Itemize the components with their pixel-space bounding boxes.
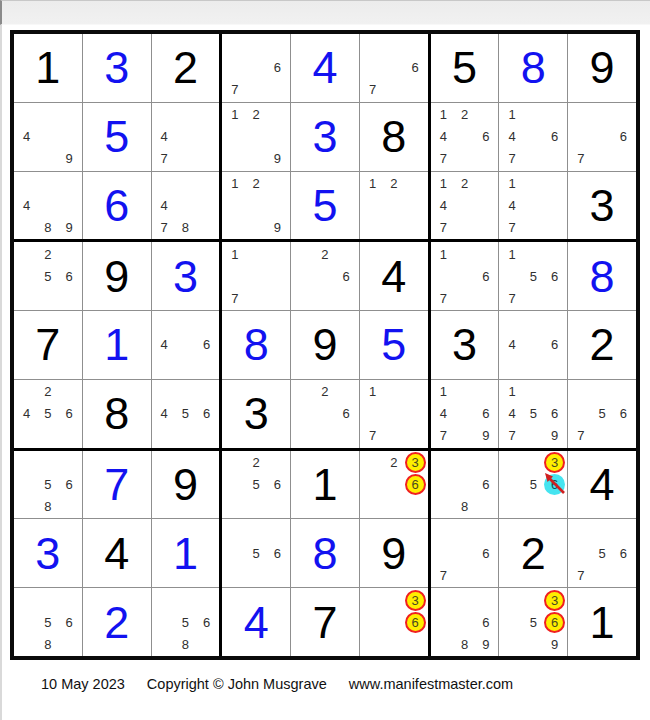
cell-r4c2[interactable]: 9 xyxy=(83,242,151,310)
cell-r2c3[interactable]: 47 xyxy=(152,103,220,171)
cell-r8c5[interactable]: 8 xyxy=(291,519,359,587)
candidate-5[interactable]: 5 xyxy=(591,403,612,425)
cell-r4c5[interactable]: 26 xyxy=(291,242,359,310)
cell-r5c1[interactable]: 7 xyxy=(14,311,82,379)
strike-pointer-icon xyxy=(542,472,567,497)
cell-r1c7[interactable]: 5 xyxy=(431,34,499,102)
cell-r5c9[interactable]: 2 xyxy=(568,311,636,379)
cell-r8c2[interactable]: 4 xyxy=(83,519,151,587)
given-digit: 1 xyxy=(568,588,636,656)
cell-r9c9[interactable]: 1 xyxy=(568,588,636,656)
footer-date: 10 May 2023 xyxy=(41,676,125,692)
yellow-circle-mark: 6 xyxy=(405,612,426,633)
given-digit: 4 xyxy=(568,451,636,519)
candidate-9[interactable]: 9 xyxy=(544,633,565,655)
footer: 10 May 2023Copyright © John Musgravewww.… xyxy=(41,676,535,692)
pencil-marks: 12 xyxy=(362,173,426,239)
candidate-7[interactable]: 7 xyxy=(154,148,175,170)
candidate-4[interactable]: 4 xyxy=(501,126,522,148)
candidate-7[interactable]: 7 xyxy=(570,148,591,170)
cell-r1c9[interactable]: 9 xyxy=(568,34,636,102)
candidate-8[interactable]: 8 xyxy=(454,496,475,518)
candidate-8[interactable]: 8 xyxy=(37,633,58,655)
pencil-marks: 236 xyxy=(362,452,426,518)
cell-r9c6[interactable]: 36 xyxy=(360,588,428,656)
given-digit: 2 xyxy=(152,34,220,102)
cell-r1c6[interactable]: 67 xyxy=(360,34,428,102)
cell-r1c2[interactable]: 3 xyxy=(83,34,151,102)
yellow-circle-mark: 6 xyxy=(405,474,426,495)
cell-r1c1[interactable]: 1 xyxy=(14,34,82,102)
given-digit: 9 xyxy=(152,451,220,519)
cell-r6c5[interactable]: 26 xyxy=(291,380,359,448)
box-8: 256123656894736 xyxy=(222,451,427,656)
pencil-marks: 17 xyxy=(362,381,426,447)
candidate-7[interactable]: 7 xyxy=(570,425,591,447)
candidate-6[interactable]: 6 xyxy=(59,403,80,425)
cell-r2c6[interactable]: 8 xyxy=(360,103,428,171)
candidate-5[interactable]: 5 xyxy=(523,265,544,287)
candidate-1[interactable]: 1 xyxy=(501,381,522,403)
solved-digit: 8 xyxy=(568,242,636,310)
box-5: 1726489532617 xyxy=(222,242,427,447)
candidate-7[interactable]: 7 xyxy=(433,564,454,586)
candidate-9[interactable]: 9 xyxy=(267,216,288,238)
solved-digit: 8 xyxy=(291,519,359,587)
candidate-7[interactable]: 7 xyxy=(433,425,454,447)
candidate-6[interactable]: 6 xyxy=(613,403,634,425)
solved-digit: 8 xyxy=(499,34,567,102)
cell-r8c8[interactable]: 2 xyxy=(499,519,567,587)
cell-r5c5[interactable]: 9 xyxy=(291,311,359,379)
pencil-marks: 129 xyxy=(224,173,288,239)
cell-r8c7[interactable]: 67 xyxy=(431,519,499,587)
candidate-1[interactable]: 1 xyxy=(433,381,454,403)
given-digit: 9 xyxy=(568,34,636,102)
solved-digit: 1 xyxy=(83,311,151,379)
solved-digit: 1 xyxy=(152,519,220,587)
given-digit: 2 xyxy=(499,519,567,587)
candidate-2[interactable]: 2 xyxy=(383,452,404,474)
cell-r2c1[interactable]: 49 xyxy=(14,103,82,171)
candidate-9[interactable]: 9 xyxy=(544,425,565,447)
cell-r1c3[interactable]: 2 xyxy=(152,34,220,102)
candidate-4[interactable]: 4 xyxy=(154,403,175,425)
candidate-7[interactable]: 7 xyxy=(362,425,383,447)
candidate-2[interactable]: 2 xyxy=(246,452,267,474)
pencil-marks: 129 xyxy=(224,104,288,170)
candidate-9[interactable]: 9 xyxy=(59,148,80,170)
cell-r9c8[interactable]: 3569 xyxy=(499,588,567,656)
pencil-marks: 689 xyxy=(433,589,497,655)
candidate-1[interactable]: 1 xyxy=(362,381,383,403)
cell-r3c4[interactable]: 129 xyxy=(222,172,290,240)
box-1: 132495474896478 xyxy=(14,34,219,239)
given-digit: 3 xyxy=(431,311,499,379)
pencil-marks: 3569 xyxy=(501,589,565,655)
candidate-1[interactable]: 1 xyxy=(501,243,522,265)
given-digit: 3 xyxy=(222,380,290,448)
pencil-marks: 26 xyxy=(293,243,357,309)
candidate-4[interactable]: 4 xyxy=(501,194,522,216)
pencil-marks: 567 xyxy=(570,520,634,586)
candidate-5[interactable]: 5 xyxy=(523,474,544,496)
pencil-marks: 167 xyxy=(433,243,497,309)
candidate-7[interactable]: 7 xyxy=(501,287,522,309)
candidate-5[interactable]: 5 xyxy=(37,474,58,496)
candidate-6[interactable]: 6 xyxy=(475,403,496,425)
pencil-marks: 1247 xyxy=(433,173,497,239)
cell-r2c9[interactable]: 67 xyxy=(568,103,636,171)
candidate-4[interactable]: 4 xyxy=(154,126,175,148)
candidate-7[interactable]: 7 xyxy=(224,287,245,309)
candidate-1[interactable]: 1 xyxy=(501,173,522,195)
cell-r8c4[interactable]: 56 xyxy=(222,519,290,587)
given-digit: 4 xyxy=(83,519,151,587)
candidate-1[interactable]: 1 xyxy=(433,243,454,265)
cell-r3c7[interactable]: 1247 xyxy=(431,172,499,240)
candidate-2[interactable]: 2 xyxy=(454,104,475,126)
title-bar xyxy=(0,0,650,25)
cell-r8c6[interactable]: 9 xyxy=(360,519,428,587)
given-digit: 8 xyxy=(360,103,428,171)
given-digit: 9 xyxy=(360,519,428,587)
candidate-3-circled[interactable]: 3 xyxy=(544,452,565,474)
candidate-7[interactable]: 7 xyxy=(224,79,245,101)
candidate-9[interactable]: 9 xyxy=(267,148,288,170)
candidate-7[interactable]: 7 xyxy=(362,79,383,101)
cell-r6c1[interactable]: 2456 xyxy=(14,380,82,448)
cell-r7c2[interactable]: 7 xyxy=(83,451,151,519)
cell-r2c4[interactable]: 129 xyxy=(222,103,290,171)
candidate-6[interactable]: 6 xyxy=(613,126,634,148)
pencil-marks: 26 xyxy=(293,381,357,447)
candidate-5[interactable]: 5 xyxy=(175,403,196,425)
pencil-marks: 12467 xyxy=(433,104,497,170)
candidate-6[interactable]: 6 xyxy=(475,126,496,148)
candidate-7[interactable]: 7 xyxy=(501,148,522,170)
cell-r3c5[interactable]: 5 xyxy=(291,172,359,240)
candidate-4[interactable]: 4 xyxy=(154,194,175,216)
cell-r6c4[interactable]: 3 xyxy=(222,380,290,448)
cell-r7c8[interactable]: 356 xyxy=(499,451,567,519)
candidate-3-circled[interactable]: 3 xyxy=(544,589,565,611)
candidate-5[interactable]: 5 xyxy=(37,611,58,633)
given-digit: 1 xyxy=(14,34,82,102)
candidate-2[interactable]: 2 xyxy=(37,243,58,265)
candidate-1[interactable]: 1 xyxy=(433,173,454,195)
candidate-9[interactable]: 9 xyxy=(475,425,496,447)
candidate-6[interactable]: 6 xyxy=(59,265,80,287)
cell-r5c2[interactable]: 1 xyxy=(83,311,151,379)
candidate-4[interactable]: 4 xyxy=(154,334,175,356)
yellow-circle-mark: 3 xyxy=(544,452,565,473)
solved-digit: 3 xyxy=(291,103,359,171)
cell-r7c3[interactable]: 9 xyxy=(152,451,220,519)
cell-r7c4[interactable]: 256 xyxy=(222,451,290,519)
candidate-8[interactable]: 8 xyxy=(37,216,58,238)
pencil-marks: 2456 xyxy=(16,381,80,447)
candidate-5[interactable]: 5 xyxy=(175,611,196,633)
cell-r7c5[interactable]: 1 xyxy=(291,451,359,519)
candidate-7[interactable]: 7 xyxy=(154,216,175,238)
candidate-1[interactable]: 1 xyxy=(362,173,383,195)
footer-copyright: Copyright © John Musgrave xyxy=(147,676,327,692)
given-digit: 2 xyxy=(568,311,636,379)
cell-r4c1[interactable]: 256 xyxy=(14,242,82,310)
candidate-8[interactable]: 8 xyxy=(175,633,196,655)
yellow-circle-mark: 3 xyxy=(544,590,565,611)
candidate-6-eliminated[interactable]: 6 xyxy=(544,474,565,496)
candidate-2[interactable]: 2 xyxy=(383,173,404,195)
cell-r5c6[interactable]: 5 xyxy=(360,311,428,379)
pencil-marks: 17 xyxy=(224,243,288,309)
cell-r1c4[interactable]: 67 xyxy=(222,34,290,102)
candidate-4[interactable]: 4 xyxy=(433,126,454,148)
cell-r6c3[interactable]: 456 xyxy=(152,380,220,448)
cell-r3c1[interactable]: 489 xyxy=(14,172,82,240)
candidate-6[interactable]: 6 xyxy=(336,403,357,425)
cell-r4c7[interactable]: 167 xyxy=(431,242,499,310)
cell-r8c3[interactable]: 1 xyxy=(152,519,220,587)
pencil-marks: 478 xyxy=(154,173,218,239)
pencil-marks: 147 xyxy=(501,173,565,239)
candidate-6[interactable]: 6 xyxy=(544,334,565,356)
pencil-marks: 46 xyxy=(501,312,565,378)
cell-r6c9[interactable]: 567 xyxy=(568,380,636,448)
candidate-8[interactable]: 8 xyxy=(454,633,475,655)
candidate-1[interactable]: 1 xyxy=(433,104,454,126)
candidate-5[interactable]: 5 xyxy=(246,474,267,496)
solved-digit: 3 xyxy=(152,242,220,310)
candidate-6[interactable]: 6 xyxy=(59,611,80,633)
candidate-4[interactable]: 4 xyxy=(16,126,37,148)
candidate-3-circled[interactable]: 3 xyxy=(404,589,425,611)
pencil-marks: 68 xyxy=(433,452,497,518)
cell-r7c1[interactable]: 568 xyxy=(14,451,82,519)
pencil-marks: 67 xyxy=(362,35,426,101)
candidate-4[interactable]: 4 xyxy=(433,194,454,216)
candidate-6[interactable]: 6 xyxy=(336,265,357,287)
cell-r3c9[interactable]: 3 xyxy=(568,172,636,240)
solved-digit: 8 xyxy=(222,311,290,379)
pencil-marks: 256 xyxy=(224,452,288,518)
pencil-marks: 1467 xyxy=(501,104,565,170)
candidate-4[interactable]: 4 xyxy=(16,194,37,216)
candidate-1[interactable]: 1 xyxy=(224,243,245,265)
candidate-6[interactable]: 6 xyxy=(59,474,80,496)
given-digit: 1 xyxy=(291,451,359,519)
solved-digit: 6 xyxy=(83,172,151,240)
pencil-marks: 67 xyxy=(433,520,497,586)
cell-r5c3[interactable]: 46 xyxy=(152,311,220,379)
box-9: 68356467256768935691 xyxy=(431,451,636,656)
candidate-5[interactable]: 5 xyxy=(246,542,267,564)
solved-digit: 2 xyxy=(83,588,151,656)
box-3: 5891246714676712471473 xyxy=(431,34,636,239)
cell-r4c8[interactable]: 1567 xyxy=(499,242,567,310)
given-digit: 7 xyxy=(291,588,359,656)
pencil-marks: 568 xyxy=(16,452,80,518)
candidate-6[interactable]: 6 xyxy=(475,474,496,496)
cell-r7c6[interactable]: 236 xyxy=(360,451,428,519)
cell-r1c8[interactable]: 8 xyxy=(499,34,567,102)
candidate-9[interactable]: 9 xyxy=(59,216,80,238)
candidate-4[interactable]: 4 xyxy=(501,334,522,356)
cyan-highlight: 6 xyxy=(544,474,565,495)
pencil-marks: 568 xyxy=(154,589,218,655)
pencil-marks: 56 xyxy=(224,520,288,586)
pencil-marks: 49 xyxy=(16,104,80,170)
solved-digit: 3 xyxy=(83,34,151,102)
candidate-7[interactable]: 7 xyxy=(501,425,522,447)
solved-digit: 4 xyxy=(291,34,359,102)
candidate-7[interactable]: 7 xyxy=(570,564,591,586)
candidate-6[interactable]: 6 xyxy=(475,265,496,287)
given-digit: 4 xyxy=(360,242,428,310)
cell-r7c7[interactable]: 68 xyxy=(431,451,499,519)
cell-r9c1[interactable]: 568 xyxy=(14,588,82,656)
candidate-4[interactable]: 4 xyxy=(16,403,37,425)
candidate-1[interactable]: 1 xyxy=(224,173,245,195)
candidate-6-circled[interactable]: 6 xyxy=(544,611,565,633)
candidate-4[interactable]: 4 xyxy=(433,403,454,425)
pencil-marks: 36 xyxy=(362,589,426,655)
candidate-6[interactable]: 6 xyxy=(613,542,634,564)
cell-r9c5[interactable]: 7 xyxy=(291,588,359,656)
pencil-marks: 1567 xyxy=(501,243,565,309)
sudoku-board: 1324954748964786746712938129512589124671… xyxy=(10,30,640,660)
candidate-6[interactable]: 6 xyxy=(544,403,565,425)
cell-r9c4[interactable]: 4 xyxy=(222,588,290,656)
solved-digit: 5 xyxy=(291,172,359,240)
candidate-2[interactable]: 2 xyxy=(246,173,267,195)
candidate-7[interactable]: 7 xyxy=(433,216,454,238)
candidate-5[interactable]: 5 xyxy=(523,403,544,425)
pencil-marks: 46 xyxy=(154,312,218,378)
cell-r6c7[interactable]: 14679 xyxy=(431,380,499,448)
pencil-marks: 14679 xyxy=(433,381,497,447)
cell-r5c4[interactable]: 8 xyxy=(222,311,290,379)
candidate-5[interactable]: 5 xyxy=(37,403,58,425)
candidate-8[interactable]: 8 xyxy=(175,216,196,238)
cell-r9c3[interactable]: 568 xyxy=(152,588,220,656)
candidate-7[interactable]: 7 xyxy=(433,287,454,309)
cell-r7c9[interactable]: 4 xyxy=(568,451,636,519)
cell-r8c1[interactable]: 3 xyxy=(14,519,82,587)
candidate-5[interactable]: 5 xyxy=(591,542,612,564)
yellow-circle-mark: 6 xyxy=(544,612,565,633)
cell-r5c7[interactable]: 3 xyxy=(431,311,499,379)
solved-digit: 4 xyxy=(222,588,290,656)
cell-r5c8[interactable]: 46 xyxy=(499,311,567,379)
candidate-5[interactable]: 5 xyxy=(523,611,544,633)
candidate-1[interactable]: 1 xyxy=(501,104,522,126)
given-digit: 3 xyxy=(568,172,636,240)
pencil-marks: 568 xyxy=(16,589,80,655)
candidate-6[interactable]: 6 xyxy=(475,611,496,633)
cell-r4c6[interactable]: 4 xyxy=(360,242,428,310)
candidate-6[interactable]: 6 xyxy=(267,542,288,564)
cell-r6c2[interactable]: 8 xyxy=(83,380,151,448)
cell-r2c5[interactable]: 3 xyxy=(291,103,359,171)
cell-r3c3[interactable]: 478 xyxy=(152,172,220,240)
candidate-6-circled[interactable]: 6 xyxy=(404,611,425,633)
candidate-2[interactable]: 2 xyxy=(246,104,267,126)
candidate-6[interactable]: 6 xyxy=(196,611,217,633)
candidate-6[interactable]: 6 xyxy=(267,474,288,496)
candidate-2[interactable]: 2 xyxy=(314,243,335,265)
candidate-2[interactable]: 2 xyxy=(454,173,475,195)
footer-website: www.manifestmaster.com xyxy=(349,676,513,692)
candidate-1[interactable]: 1 xyxy=(224,104,245,126)
cell-r8c9[interactable]: 567 xyxy=(568,519,636,587)
box-2: 6746712938129512 xyxy=(222,34,427,239)
candidate-6[interactable]: 6 xyxy=(544,265,565,287)
pencil-marks: 256 xyxy=(16,243,80,309)
candidate-6-circled[interactable]: 6 xyxy=(404,474,425,496)
candidate-7[interactable]: 7 xyxy=(433,148,454,170)
solved-digit: 7 xyxy=(83,451,151,519)
pencil-marks: 145679 xyxy=(501,381,565,447)
candidate-8[interactable]: 8 xyxy=(37,496,58,518)
candidate-6[interactable]: 6 xyxy=(404,57,425,79)
cell-r9c7[interactable]: 689 xyxy=(431,588,499,656)
candidate-6[interactable]: 6 xyxy=(196,334,217,356)
candidate-2[interactable]: 2 xyxy=(37,381,58,403)
pencil-marks: 567 xyxy=(570,381,634,447)
cell-r9c2[interactable]: 2 xyxy=(83,588,151,656)
cell-r6c8[interactable]: 145679 xyxy=(499,380,567,448)
candidate-5[interactable]: 5 xyxy=(37,265,58,287)
cell-r2c7[interactable]: 12467 xyxy=(431,103,499,171)
pencil-marks: 456 xyxy=(154,381,218,447)
cell-r3c8[interactable]: 147 xyxy=(499,172,567,240)
box-6: 16715678346214679145679567 xyxy=(431,242,636,447)
cell-r2c2[interactable]: 5 xyxy=(83,103,151,171)
pencil-marks: 47 xyxy=(154,104,218,170)
candidate-9[interactable]: 9 xyxy=(475,633,496,655)
solved-digit: 3 xyxy=(14,519,82,587)
candidate-3-circled[interactable]: 3 xyxy=(404,452,425,474)
cell-r4c3[interactable]: 3 xyxy=(152,242,220,310)
cell-r4c9[interactable]: 8 xyxy=(568,242,636,310)
box-4: 25693714624568456 xyxy=(14,242,219,447)
solved-digit: 5 xyxy=(360,311,428,379)
candidate-6[interactable]: 6 xyxy=(267,57,288,79)
candidate-4[interactable]: 4 xyxy=(501,403,522,425)
candidate-2[interactable]: 2 xyxy=(314,381,335,403)
candidate-6[interactable]: 6 xyxy=(475,542,496,564)
cell-r2c8[interactable]: 1467 xyxy=(499,103,567,171)
candidate-7[interactable]: 7 xyxy=(501,216,522,238)
cell-r6c6[interactable]: 17 xyxy=(360,380,428,448)
cell-r3c2[interactable]: 6 xyxy=(83,172,151,240)
cell-r3c6[interactable]: 12 xyxy=(360,172,428,240)
yellow-circle-mark: 3 xyxy=(405,452,426,473)
yellow-circle-mark: 3 xyxy=(405,590,426,611)
window-left-edge xyxy=(0,0,2,720)
pencil-marks: 489 xyxy=(16,173,80,239)
cell-r4c4[interactable]: 17 xyxy=(222,242,290,310)
box-7: 568793415682568 xyxy=(14,451,219,656)
cell-r1c5[interactable]: 4 xyxy=(291,34,359,102)
candidate-6[interactable]: 6 xyxy=(196,403,217,425)
pencil-marks: 356 xyxy=(501,452,565,518)
given-digit: 5 xyxy=(431,34,499,102)
candidate-6[interactable]: 6 xyxy=(544,126,565,148)
given-digit: 9 xyxy=(83,242,151,310)
